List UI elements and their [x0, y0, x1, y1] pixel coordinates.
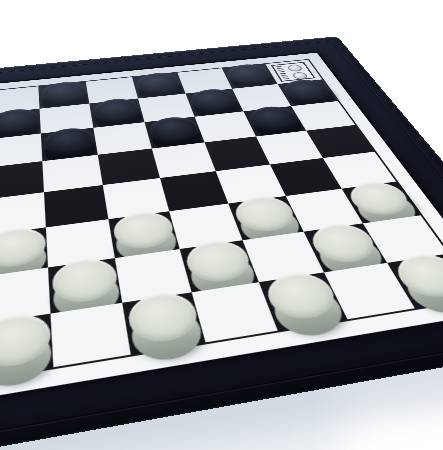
stamp-face-icon: [286, 64, 303, 72]
black-man-e6[interactable]: ⛂: [147, 117, 203, 146]
checkers-set-photo: ⛂⛂⛂⛂⛂⛂⛂⛂⛂⛂⛂⛂⛀⛀⛀⛀⛀⛀⛀⛀⛀⛀⛀⛀ checkers (draug…: [0, 0, 443, 450]
board-paper-surface: ⛂⛂⛂⛂⛂⛂⛂⛂⛂⛂⛂⛂⛀⛀⛀⛀⛀⛀⛀⛀⛀⛀⛀⛀: [0, 53, 443, 419]
black-man-c8[interactable]: ⛂: [40, 82, 87, 107]
black-man-h7[interactable]: ⛂: [280, 80, 336, 105]
square-b1[interactable]: ⛀: [0, 314, 53, 381]
board-frame: ⛂⛂⛂⛂⛂⛂⛂⛂⛂⛂⛂⛂⛀⛀⛀⛀⛀⛀⛀⛀⛀⛀⛀⛀: [0, 36, 443, 450]
perspective-scene: ⛂⛂⛂⛂⛂⛂⛂⛂⛂⛂⛂⛂⛀⛀⛀⛀⛀⛀⛀⛀⛀⛀⛀⛀: [0, 0, 443, 450]
stamp-face-icon: [291, 72, 309, 80]
white-man-b1[interactable]: ⛀: [0, 314, 51, 376]
black-man-c6[interactable]: ⛂: [43, 128, 96, 159]
white-man-d1[interactable]: ⛀: [125, 293, 202, 351]
white-man-d3[interactable]: ⛀: [111, 212, 177, 255]
white-man-c2[interactable]: ⛀: [51, 259, 120, 310]
square-c1[interactable]: [50, 303, 130, 367]
white-man-b3[interactable]: ⛀: [0, 228, 46, 274]
black-man-e8[interactable]: ⛂: [134, 73, 184, 97]
checkers-board: ⛂⛂⛂⛂⛂⛂⛂⛂⛂⛂⛂⛂⛀⛀⛀⛀⛀⛀⛀⛀⛀⛀⛀⛀: [0, 60, 443, 394]
brand-stamp-icon: [271, 62, 316, 82]
square-d1[interactable]: ⛀: [122, 292, 205, 354]
board-rule-border: ⛂⛂⛂⛂⛂⛂⛂⛂⛂⛂⛂⛂⛀⛀⛀⛀⛀⛀⛀⛀⛀⛀⛀⛀: [0, 59, 443, 397]
black-man-d7[interactable]: ⛂: [92, 99, 143, 126]
black-man-b7[interactable]: ⛂: [0, 109, 39, 137]
